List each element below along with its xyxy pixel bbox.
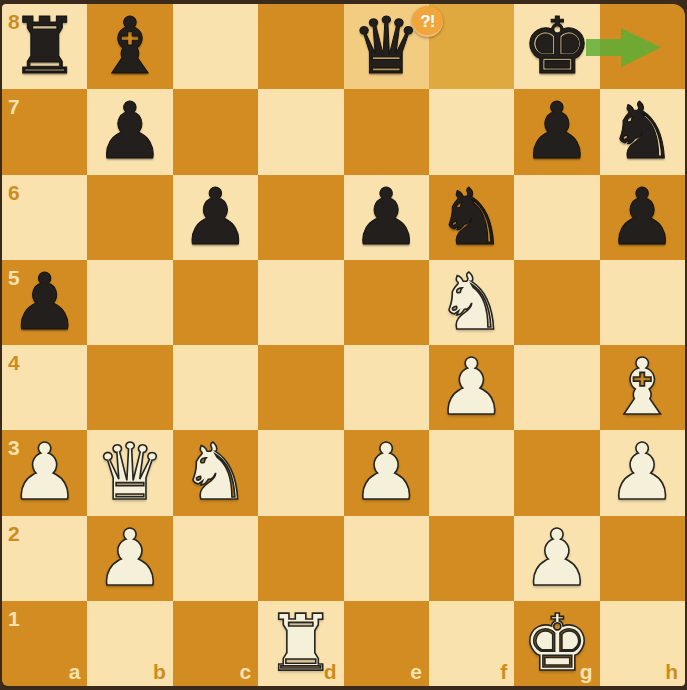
- square-e8[interactable]: ♛?!: [344, 4, 429, 89]
- piece-black-king[interactable]: ♚: [522, 4, 592, 89]
- rank-label: 1: [8, 608, 20, 629]
- square-b1[interactable]: b: [87, 601, 172, 686]
- square-c6[interactable]: ♟: [173, 175, 258, 260]
- square-d2[interactable]: [258, 516, 343, 601]
- piece-black-pawn[interactable]: ♟: [607, 175, 677, 260]
- piece-black-pawn[interactable]: ♟: [522, 89, 592, 174]
- piece-white-knight[interactable]: ♞: [180, 430, 250, 515]
- square-a1[interactable]: 1a: [2, 601, 87, 686]
- square-d5[interactable]: [258, 260, 343, 345]
- square-h3[interactable]: ♟: [600, 430, 685, 515]
- square-g6[interactable]: [514, 175, 599, 260]
- square-c7[interactable]: [173, 89, 258, 174]
- file-label: f: [500, 661, 507, 682]
- rank-label: 4: [8, 352, 20, 373]
- square-e3[interactable]: ♟: [344, 430, 429, 515]
- square-d1[interactable]: d♜: [258, 601, 343, 686]
- piece-black-pawn[interactable]: ♟: [180, 175, 250, 260]
- piece-white-pawn[interactable]: ♟: [95, 516, 165, 601]
- piece-black-pawn[interactable]: ♟: [95, 89, 165, 174]
- file-label: e: [410, 661, 422, 682]
- file-label: b: [153, 661, 166, 682]
- square-f3[interactable]: [429, 430, 514, 515]
- square-g8[interactable]: ♚: [514, 4, 599, 89]
- square-b6[interactable]: [87, 175, 172, 260]
- chess-board: 8♜♝♛?!♚7♟♟♞6♟♟♞♟5♟♞4♟♝3♟♛♞♟♟2♟♟1abcd♜efg…: [2, 4, 685, 686]
- square-c3[interactable]: ♞: [173, 430, 258, 515]
- square-h1[interactable]: h: [600, 601, 685, 686]
- square-g5[interactable]: [514, 260, 599, 345]
- square-f2[interactable]: [429, 516, 514, 601]
- square-a4[interactable]: 4: [2, 345, 87, 430]
- square-h6[interactable]: ♟: [600, 175, 685, 260]
- piece-white-pawn[interactable]: ♟: [522, 516, 592, 601]
- square-g2[interactable]: ♟: [514, 516, 599, 601]
- piece-black-knight[interactable]: ♞: [437, 175, 507, 260]
- square-b5[interactable]: [87, 260, 172, 345]
- square-h5[interactable]: [600, 260, 685, 345]
- piece-black-bishop[interactable]: ♝: [95, 4, 165, 89]
- square-e7[interactable]: [344, 89, 429, 174]
- file-label: h: [665, 661, 678, 682]
- square-e6[interactable]: ♟: [344, 175, 429, 260]
- square-f4[interactable]: ♟: [429, 345, 514, 430]
- piece-white-rook[interactable]: ♜: [266, 601, 336, 686]
- square-d7[interactable]: [258, 89, 343, 174]
- square-c5[interactable]: [173, 260, 258, 345]
- rank-label: 7: [8, 96, 20, 117]
- piece-black-pawn[interactable]: ♟: [351, 175, 421, 260]
- piece-white-queen[interactable]: ♛: [95, 430, 165, 515]
- move-annotation-badge: ?!: [412, 6, 443, 37]
- square-e2[interactable]: [344, 516, 429, 601]
- square-f5[interactable]: ♞: [429, 260, 514, 345]
- square-c8[interactable]: [173, 4, 258, 89]
- square-b4[interactable]: [87, 345, 172, 430]
- square-e1[interactable]: e: [344, 601, 429, 686]
- square-h2[interactable]: [600, 516, 685, 601]
- square-d6[interactable]: [258, 175, 343, 260]
- square-a3[interactable]: 3♟: [2, 430, 87, 515]
- square-a2[interactable]: 2: [2, 516, 87, 601]
- square-c1[interactable]: c: [173, 601, 258, 686]
- square-e4[interactable]: [344, 345, 429, 430]
- piece-black-rook[interactable]: ♜: [10, 4, 80, 89]
- square-a6[interactable]: 6: [2, 175, 87, 260]
- square-f1[interactable]: f: [429, 601, 514, 686]
- piece-white-pawn[interactable]: ♟: [437, 345, 507, 430]
- square-g1[interactable]: g♚: [514, 601, 599, 686]
- square-d4[interactable]: [258, 345, 343, 430]
- square-e5[interactable]: [344, 260, 429, 345]
- square-a7[interactable]: 7: [2, 89, 87, 174]
- square-g3[interactable]: [514, 430, 599, 515]
- analysis-board-page: { "game": "chess", "position": "rb2q1k1/…: [0, 0, 687, 690]
- square-a8[interactable]: 8♜: [2, 4, 87, 89]
- square-c2[interactable]: [173, 516, 258, 601]
- piece-white-knight[interactable]: ♞: [437, 260, 507, 345]
- piece-black-knight[interactable]: ♞: [607, 89, 677, 174]
- square-h4[interactable]: ♝: [600, 345, 685, 430]
- piece-white-bishop[interactable]: ♝: [607, 345, 677, 430]
- file-label: c: [239, 661, 251, 682]
- piece-white-pawn[interactable]: ♟: [10, 430, 80, 515]
- square-g7[interactable]: ♟: [514, 89, 599, 174]
- piece-white-pawn[interactable]: ♟: [607, 430, 677, 515]
- square-a5[interactable]: 5♟: [2, 260, 87, 345]
- piece-white-king[interactable]: ♚: [522, 601, 592, 686]
- square-h8[interactable]: [600, 4, 685, 89]
- square-c4[interactable]: [173, 345, 258, 430]
- square-f7[interactable]: [429, 89, 514, 174]
- square-d8[interactable]: [258, 4, 343, 89]
- square-b3[interactable]: ♛: [87, 430, 172, 515]
- piece-white-pawn[interactable]: ♟: [351, 430, 421, 515]
- square-h7[interactable]: ♞: [600, 89, 685, 174]
- square-d3[interactable]: [258, 430, 343, 515]
- square-b7[interactable]: ♟: [87, 89, 172, 174]
- file-label: a: [69, 661, 81, 682]
- rank-label: 2: [8, 523, 20, 544]
- square-b2[interactable]: ♟: [87, 516, 172, 601]
- piece-black-pawn[interactable]: ♟: [10, 260, 80, 345]
- square-b8[interactable]: ♝: [87, 4, 172, 89]
- square-g4[interactable]: [514, 345, 599, 430]
- rank-label: 6: [8, 182, 20, 203]
- square-f6[interactable]: ♞: [429, 175, 514, 260]
- piece-black-queen[interactable]: ♛: [351, 4, 421, 89]
